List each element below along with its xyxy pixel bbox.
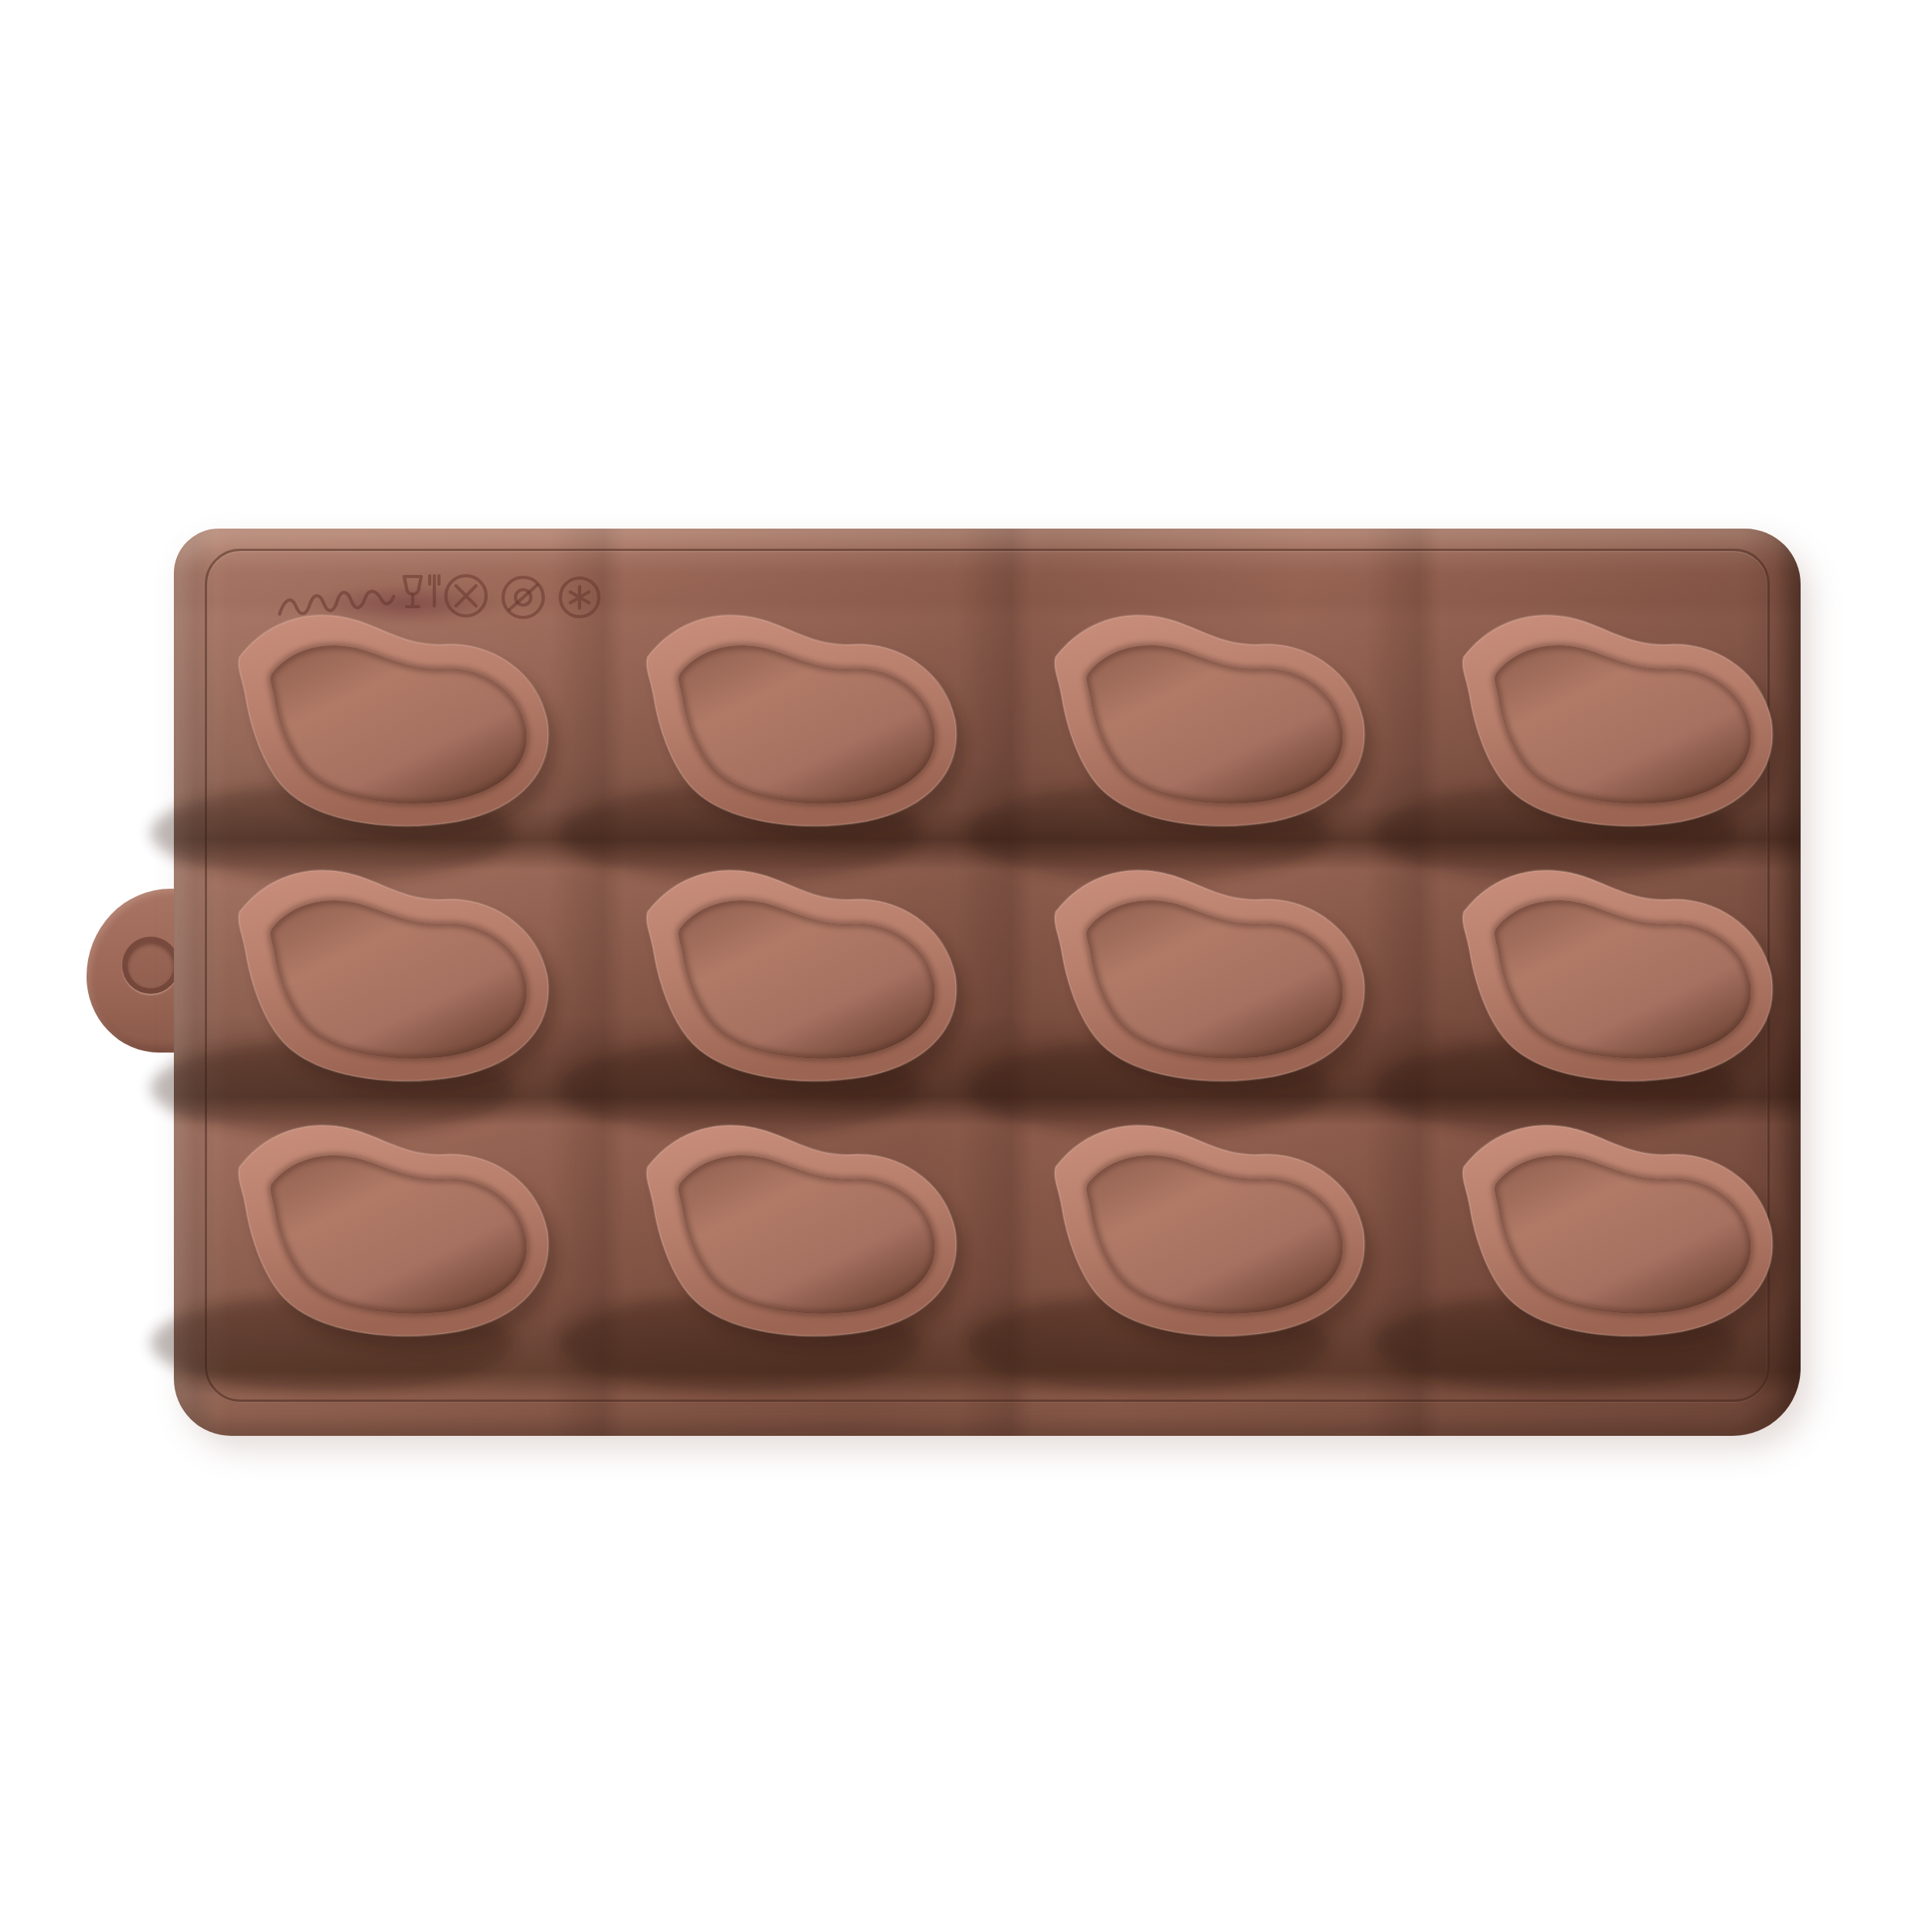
cavity-2 bbox=[624, 603, 968, 838]
cavity-9 bbox=[216, 1113, 560, 1349]
cavity-11 bbox=[1032, 1113, 1376, 1349]
cavity-4 bbox=[1440, 603, 1784, 838]
cavity-6 bbox=[624, 858, 968, 1094]
paisley-cavity-shape bbox=[998, 1086, 1407, 1403]
cavity-10 bbox=[624, 1113, 968, 1349]
cavity-8 bbox=[1440, 858, 1784, 1094]
cavity-1 bbox=[216, 603, 560, 838]
hang-hole bbox=[122, 937, 179, 994]
cavity-12 bbox=[1440, 1113, 1784, 1349]
paisley-cavity-shape bbox=[1406, 1086, 1815, 1403]
cavity-5 bbox=[216, 858, 560, 1094]
cavity-grid bbox=[216, 603, 1784, 1349]
paisley-cavity-shape bbox=[182, 1086, 591, 1403]
cavity-3 bbox=[1032, 603, 1376, 838]
product-photo bbox=[0, 0, 1932, 1932]
chocolate-mold bbox=[174, 529, 1801, 1436]
paisley-cavity-shape bbox=[590, 1086, 999, 1403]
cavity-7 bbox=[1032, 858, 1376, 1094]
